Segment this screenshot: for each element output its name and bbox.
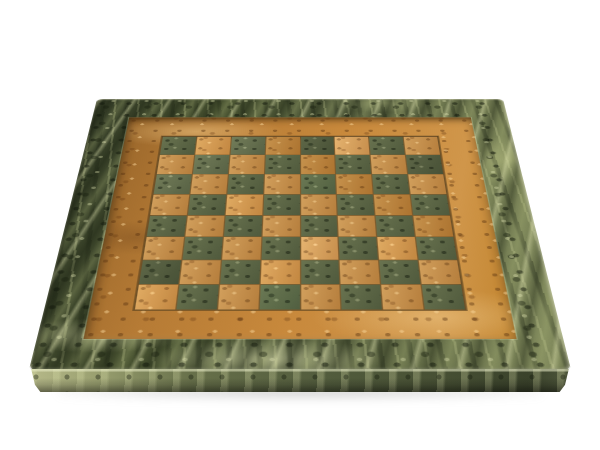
square-b2	[179, 261, 220, 284]
square-d4	[262, 215, 299, 236]
square-h2	[419, 261, 461, 284]
square-c7	[229, 155, 265, 174]
square-d8	[265, 137, 299, 155]
square-e3	[301, 237, 339, 259]
square-b7	[193, 155, 229, 174]
square-e8	[301, 137, 335, 155]
square-g4	[376, 215, 415, 236]
square-c4	[224, 215, 262, 236]
square-a3	[143, 237, 184, 259]
square-b3	[182, 237, 222, 259]
square-b1	[176, 285, 218, 310]
square-e7	[301, 155, 336, 174]
square-f3	[339, 237, 378, 259]
square-b4	[185, 215, 224, 236]
square-h7	[406, 155, 443, 174]
square-a2	[139, 261, 181, 284]
square-h6	[408, 174, 446, 193]
square-c6	[227, 174, 263, 193]
square-g2	[379, 261, 420, 284]
square-d6	[264, 174, 300, 193]
square-d5	[263, 194, 299, 214]
square-e4	[301, 215, 338, 236]
square-f6	[336, 174, 372, 193]
square-c1	[218, 285, 259, 310]
square-d7	[265, 155, 300, 174]
square-a4	[147, 215, 187, 236]
square-d1	[259, 285, 299, 310]
square-g5	[374, 194, 412, 214]
square-a6	[154, 174, 192, 193]
square-e2	[301, 261, 340, 284]
board-outer-frame	[29, 99, 571, 370]
square-b5	[188, 194, 226, 214]
square-f2	[340, 261, 380, 284]
square-c3	[222, 237, 261, 259]
square-f4	[338, 215, 376, 236]
square-c2	[220, 261, 260, 284]
square-e1	[301, 285, 341, 310]
square-f5	[337, 194, 374, 214]
square-a1	[135, 285, 178, 310]
square-e5	[301, 194, 337, 214]
square-f8	[335, 137, 370, 155]
square-h3	[416, 237, 457, 259]
square-g1	[381, 285, 423, 310]
square-f7	[336, 155, 372, 174]
square-f1	[341, 285, 382, 310]
square-d2	[260, 261, 299, 284]
square-g3	[378, 237, 418, 259]
square-g8	[369, 137, 405, 155]
square-c8	[230, 137, 265, 155]
square-c5	[225, 194, 262, 214]
checkerboard	[133, 136, 466, 310]
chessboard	[29, 99, 571, 370]
square-a5	[150, 194, 189, 214]
square-b6	[190, 174, 227, 193]
square-h1	[422, 285, 465, 310]
square-h4	[413, 215, 453, 236]
square-d3	[261, 237, 299, 259]
square-e6	[301, 174, 337, 193]
board-front-edge	[29, 369, 571, 392]
square-a8	[160, 137, 196, 155]
product-photo-marble-chessboard	[0, 0, 600, 450]
square-b8	[195, 137, 231, 155]
square-a7	[157, 155, 194, 174]
square-g6	[372, 174, 409, 193]
board-inner-border	[83, 117, 516, 339]
square-h5	[411, 194, 450, 214]
square-g7	[371, 155, 407, 174]
square-h8	[404, 137, 440, 155]
